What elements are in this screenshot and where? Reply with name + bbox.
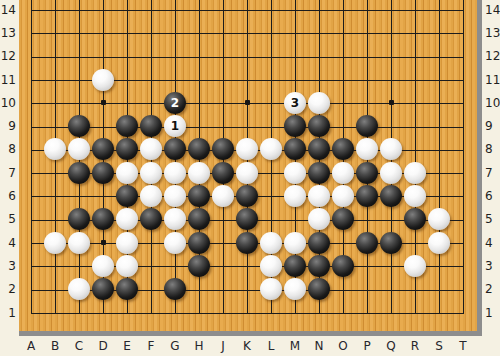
point-T7[interactable] <box>451 161 475 184</box>
white-stone-G9: 1 <box>164 115 186 137</box>
point-F7[interactable] <box>139 161 163 184</box>
point-Q1[interactable] <box>379 301 403 324</box>
point-L3[interactable] <box>259 254 283 277</box>
point-F11[interactable] <box>139 68 163 91</box>
point-D11[interactable] <box>91 68 115 91</box>
point-C5[interactable] <box>67 208 91 231</box>
point-B3[interactable] <box>43 254 67 277</box>
point-O13[interactable] <box>331 21 355 44</box>
point-K2[interactable] <box>235 278 259 301</box>
point-R8[interactable] <box>403 138 427 161</box>
point-C11[interactable] <box>67 68 91 91</box>
point-A6[interactable] <box>19 184 43 207</box>
point-F3[interactable] <box>139 254 163 277</box>
point-L14[interactable] <box>259 0 283 21</box>
column-label-S: S <box>427 337 451 355</box>
point-L6[interactable] <box>259 184 283 207</box>
point-C4[interactable] <box>67 231 91 254</box>
point-Q4[interactable] <box>379 231 403 254</box>
point-K6[interactable] <box>235 184 259 207</box>
point-B6[interactable] <box>43 184 67 207</box>
point-C9[interactable] <box>67 114 91 137</box>
point-A4[interactable] <box>19 231 43 254</box>
point-M1[interactable] <box>283 301 307 324</box>
point-H12[interactable] <box>187 45 211 68</box>
point-C7[interactable] <box>67 161 91 184</box>
point-J4[interactable] <box>211 231 235 254</box>
point-M3[interactable] <box>283 254 307 277</box>
point-N10[interactable] <box>307 91 331 114</box>
row-label-left-6: 6 <box>0 184 17 207</box>
point-O5[interactable] <box>331 208 355 231</box>
point-G14[interactable] <box>163 0 187 21</box>
column-label-D: D <box>91 337 115 355</box>
point-M4[interactable] <box>283 231 307 254</box>
black-stone-K4 <box>236 232 258 254</box>
point-L8[interactable] <box>259 138 283 161</box>
point-B4[interactable] <box>43 231 67 254</box>
point-R3[interactable] <box>403 254 427 277</box>
star-point-D4 <box>101 240 106 245</box>
point-T3[interactable] <box>451 254 475 277</box>
point-C13[interactable] <box>67 21 91 44</box>
point-E9[interactable] <box>115 114 139 137</box>
point-S3[interactable] <box>427 254 451 277</box>
point-K10[interactable] <box>235 91 259 114</box>
point-B5[interactable] <box>43 208 67 231</box>
point-S9[interactable] <box>427 114 451 137</box>
point-E1[interactable] <box>115 301 139 324</box>
point-C3[interactable] <box>67 254 91 277</box>
point-P3[interactable] <box>355 254 379 277</box>
point-P10[interactable] <box>355 91 379 114</box>
point-P1[interactable] <box>355 301 379 324</box>
point-G13[interactable] <box>163 21 187 44</box>
point-J1[interactable] <box>211 301 235 324</box>
point-T14[interactable] <box>451 0 475 21</box>
point-N7[interactable] <box>307 161 331 184</box>
point-A10[interactable] <box>19 91 43 114</box>
point-H10[interactable] <box>187 91 211 114</box>
point-S11[interactable] <box>427 68 451 91</box>
point-P2[interactable] <box>355 278 379 301</box>
point-G9[interactable]: 1 <box>163 114 187 137</box>
black-stone-G2 <box>164 278 186 300</box>
point-K12[interactable] <box>235 45 259 68</box>
point-T10[interactable] <box>451 91 475 114</box>
point-A13[interactable] <box>19 21 43 44</box>
white-stone-E5 <box>116 208 138 230</box>
point-G2[interactable] <box>163 278 187 301</box>
point-G5[interactable] <box>163 208 187 231</box>
point-N9[interactable] <box>307 114 331 137</box>
point-C12[interactable] <box>67 45 91 68</box>
point-F14[interactable] <box>139 0 163 21</box>
column-label-M: M <box>283 337 307 355</box>
point-F6[interactable] <box>139 184 163 207</box>
point-Q7[interactable] <box>379 161 403 184</box>
point-P8[interactable] <box>355 138 379 161</box>
point-E5[interactable] <box>115 208 139 231</box>
point-G3[interactable] <box>163 254 187 277</box>
point-N5[interactable] <box>307 208 331 231</box>
point-G11[interactable] <box>163 68 187 91</box>
point-M8[interactable] <box>283 138 307 161</box>
point-A5[interactable] <box>19 208 43 231</box>
point-R13[interactable] <box>403 21 427 44</box>
point-M5[interactable] <box>283 208 307 231</box>
point-T6[interactable] <box>451 184 475 207</box>
point-D2[interactable] <box>91 278 115 301</box>
move-number-3: 3 <box>291 97 299 109</box>
point-J13[interactable] <box>211 21 235 44</box>
point-P13[interactable] <box>355 21 379 44</box>
point-R2[interactable] <box>403 278 427 301</box>
point-O11[interactable] <box>331 68 355 91</box>
point-C6[interactable] <box>67 184 91 207</box>
black-stone-N7 <box>308 162 330 184</box>
point-B10[interactable] <box>43 91 67 114</box>
point-F9[interactable] <box>139 114 163 137</box>
point-P12[interactable] <box>355 45 379 68</box>
point-K11[interactable] <box>235 68 259 91</box>
point-P9[interactable] <box>355 114 379 137</box>
point-H5[interactable] <box>187 208 211 231</box>
point-D5[interactable] <box>91 208 115 231</box>
white-stone-L8 <box>260 138 282 160</box>
black-stone-D8 <box>92 138 114 160</box>
point-D14[interactable] <box>91 0 115 21</box>
row-label-right-11: 11 <box>485 68 500 91</box>
point-Q6[interactable] <box>379 184 403 207</box>
point-A14[interactable] <box>19 0 43 21</box>
point-E4[interactable] <box>115 231 139 254</box>
point-P14[interactable] <box>355 0 379 21</box>
point-H1[interactable] <box>187 301 211 324</box>
point-Q5[interactable] <box>379 208 403 231</box>
point-A8[interactable] <box>19 138 43 161</box>
point-P6[interactable] <box>355 184 379 207</box>
point-R11[interactable] <box>403 68 427 91</box>
point-P5[interactable] <box>355 208 379 231</box>
point-R5[interactable] <box>403 208 427 231</box>
point-L12[interactable] <box>259 45 283 68</box>
black-stone-C7 <box>68 162 90 184</box>
point-S13[interactable] <box>427 21 451 44</box>
point-E11[interactable] <box>115 68 139 91</box>
point-L5[interactable] <box>259 208 283 231</box>
point-O1[interactable] <box>331 301 355 324</box>
point-F13[interactable] <box>139 21 163 44</box>
point-R10[interactable] <box>403 91 427 114</box>
point-J8[interactable] <box>211 138 235 161</box>
point-B9[interactable] <box>43 114 67 137</box>
point-K4[interactable] <box>235 231 259 254</box>
point-C10[interactable] <box>67 91 91 114</box>
point-G6[interactable] <box>163 184 187 207</box>
point-N6[interactable] <box>307 184 331 207</box>
point-J10[interactable] <box>211 91 235 114</box>
point-K7[interactable] <box>235 161 259 184</box>
point-H9[interactable] <box>187 114 211 137</box>
point-H4[interactable] <box>187 231 211 254</box>
point-K8[interactable] <box>235 138 259 161</box>
point-K14[interactable] <box>235 0 259 21</box>
point-M2[interactable] <box>283 278 307 301</box>
point-T13[interactable] <box>451 21 475 44</box>
point-D13[interactable] <box>91 21 115 44</box>
point-O3[interactable] <box>331 254 355 277</box>
point-F4[interactable] <box>139 231 163 254</box>
point-E14[interactable] <box>115 0 139 21</box>
point-T2[interactable] <box>451 278 475 301</box>
point-N2[interactable] <box>307 278 331 301</box>
white-stone-R6 <box>404 185 426 207</box>
point-B7[interactable] <box>43 161 67 184</box>
point-A1[interactable] <box>19 301 43 324</box>
point-A2[interactable] <box>19 278 43 301</box>
point-E2[interactable] <box>115 278 139 301</box>
black-stone-Q6 <box>380 185 402 207</box>
point-J6[interactable] <box>211 184 235 207</box>
black-stone-P4 <box>356 232 378 254</box>
point-D3[interactable] <box>91 254 115 277</box>
point-A3[interactable] <box>19 254 43 277</box>
point-D8[interactable] <box>91 138 115 161</box>
point-D4[interactable] <box>91 231 115 254</box>
point-F12[interactable] <box>139 45 163 68</box>
point-L9[interactable] <box>259 114 283 137</box>
point-R7[interactable] <box>403 161 427 184</box>
point-J11[interactable] <box>211 68 235 91</box>
point-N1[interactable] <box>307 301 331 324</box>
point-H7[interactable] <box>187 161 211 184</box>
point-L1[interactable] <box>259 301 283 324</box>
point-T4[interactable] <box>451 231 475 254</box>
white-stone-F7 <box>140 162 162 184</box>
point-O12[interactable] <box>331 45 355 68</box>
point-S7[interactable] <box>427 161 451 184</box>
point-B1[interactable] <box>43 301 67 324</box>
point-S4[interactable] <box>427 231 451 254</box>
point-H3[interactable] <box>187 254 211 277</box>
point-R12[interactable] <box>403 45 427 68</box>
point-Q12[interactable] <box>379 45 403 68</box>
point-N13[interactable] <box>307 21 331 44</box>
point-J2[interactable] <box>211 278 235 301</box>
point-G4[interactable] <box>163 231 187 254</box>
point-H13[interactable] <box>187 21 211 44</box>
point-Q3[interactable] <box>379 254 403 277</box>
black-stone-Q4 <box>380 232 402 254</box>
point-S12[interactable] <box>427 45 451 68</box>
point-M11[interactable] <box>283 68 307 91</box>
black-stone-P9 <box>356 115 378 137</box>
column-label-H: H <box>187 337 211 355</box>
point-G1[interactable] <box>163 301 187 324</box>
black-stone-N9 <box>308 115 330 137</box>
point-P11[interactable] <box>355 68 379 91</box>
point-H14[interactable] <box>187 0 211 21</box>
point-D6[interactable] <box>91 184 115 207</box>
point-B8[interactable] <box>43 138 67 161</box>
point-S2[interactable] <box>427 278 451 301</box>
point-O9[interactable] <box>331 114 355 137</box>
black-stone-G8 <box>164 138 186 160</box>
point-B2[interactable] <box>43 278 67 301</box>
point-T9[interactable] <box>451 114 475 137</box>
point-D1[interactable] <box>91 301 115 324</box>
point-M9[interactable] <box>283 114 307 137</box>
point-S6[interactable] <box>427 184 451 207</box>
point-L13[interactable] <box>259 21 283 44</box>
point-O10[interactable] <box>331 91 355 114</box>
point-N8[interactable] <box>307 138 331 161</box>
point-S8[interactable] <box>427 138 451 161</box>
point-S14[interactable] <box>427 0 451 21</box>
point-O6[interactable] <box>331 184 355 207</box>
point-J12[interactable] <box>211 45 235 68</box>
point-F5[interactable] <box>139 208 163 231</box>
white-stone-B8 <box>44 138 66 160</box>
black-stone-O5 <box>332 208 354 230</box>
point-A11[interactable] <box>19 68 43 91</box>
point-Q10[interactable] <box>379 91 403 114</box>
point-R1[interactable] <box>403 301 427 324</box>
point-D10[interactable] <box>91 91 115 114</box>
point-T1[interactable] <box>451 301 475 324</box>
point-A9[interactable] <box>19 114 43 137</box>
point-D12[interactable] <box>91 45 115 68</box>
point-N4[interactable] <box>307 231 331 254</box>
point-Q13[interactable] <box>379 21 403 44</box>
point-H6[interactable] <box>187 184 211 207</box>
point-P4[interactable] <box>355 231 379 254</box>
point-G10[interactable]: 2 <box>163 91 187 114</box>
point-F2[interactable] <box>139 278 163 301</box>
point-Q2[interactable] <box>379 278 403 301</box>
point-J7[interactable] <box>211 161 235 184</box>
point-L11[interactable] <box>259 68 283 91</box>
point-A7[interactable] <box>19 161 43 184</box>
point-N3[interactable] <box>307 254 331 277</box>
point-C1[interactable] <box>67 301 91 324</box>
point-T5[interactable] <box>451 208 475 231</box>
point-S5[interactable] <box>427 208 451 231</box>
point-K9[interactable] <box>235 114 259 137</box>
point-L7[interactable] <box>259 161 283 184</box>
point-J9[interactable] <box>211 114 235 137</box>
point-M14[interactable] <box>283 0 307 21</box>
white-stone-J6 <box>212 185 234 207</box>
point-M6[interactable] <box>283 184 307 207</box>
point-O2[interactable] <box>331 278 355 301</box>
point-Q9[interactable] <box>379 114 403 137</box>
point-E6[interactable] <box>115 184 139 207</box>
point-H11[interactable] <box>187 68 211 91</box>
point-N12[interactable] <box>307 45 331 68</box>
point-R6[interactable] <box>403 184 427 207</box>
point-H2[interactable] <box>187 278 211 301</box>
point-Q8[interactable] <box>379 138 403 161</box>
point-J3[interactable] <box>211 254 235 277</box>
point-F1[interactable] <box>139 301 163 324</box>
point-E13[interactable] <box>115 21 139 44</box>
point-G8[interactable] <box>163 138 187 161</box>
point-N11[interactable] <box>307 68 331 91</box>
point-R9[interactable] <box>403 114 427 137</box>
white-stone-K7 <box>236 162 258 184</box>
point-T11[interactable] <box>451 68 475 91</box>
point-N14[interactable] <box>307 0 331 21</box>
point-F10[interactable] <box>139 91 163 114</box>
black-stone-D2 <box>92 278 114 300</box>
point-C14[interactable] <box>67 0 91 21</box>
point-M13[interactable] <box>283 21 307 44</box>
point-L10[interactable] <box>259 91 283 114</box>
point-C8[interactable] <box>67 138 91 161</box>
point-E7[interactable] <box>115 161 139 184</box>
point-G12[interactable] <box>163 45 187 68</box>
point-R14[interactable] <box>403 0 427 21</box>
point-K5[interactable] <box>235 208 259 231</box>
point-J5[interactable] <box>211 208 235 231</box>
point-D7[interactable] <box>91 161 115 184</box>
point-O8[interactable] <box>331 138 355 161</box>
point-O7[interactable] <box>331 161 355 184</box>
point-Q11[interactable] <box>379 68 403 91</box>
point-J14[interactable] <box>211 0 235 21</box>
point-M7[interactable] <box>283 161 307 184</box>
point-G7[interactable] <box>163 161 187 184</box>
point-S1[interactable] <box>427 301 451 324</box>
point-B12[interactable] <box>43 45 67 68</box>
point-E12[interactable] <box>115 45 139 68</box>
point-E8[interactable] <box>115 138 139 161</box>
point-P7[interactable] <box>355 161 379 184</box>
point-D9[interactable] <box>91 114 115 137</box>
point-T8[interactable] <box>451 138 475 161</box>
point-K1[interactable] <box>235 301 259 324</box>
point-E10[interactable] <box>115 91 139 114</box>
point-K13[interactable] <box>235 21 259 44</box>
white-stone-N10 <box>308 92 330 114</box>
point-A12[interactable] <box>19 45 43 68</box>
point-T12[interactable] <box>451 45 475 68</box>
row-label-left-8: 8 <box>0 138 17 161</box>
point-B13[interactable] <box>43 21 67 44</box>
point-H8[interactable] <box>187 138 211 161</box>
white-stone-F6 <box>140 185 162 207</box>
point-B14[interactable] <box>43 0 67 21</box>
point-E3[interactable] <box>115 254 139 277</box>
point-B11[interactable] <box>43 68 67 91</box>
point-L4[interactable] <box>259 231 283 254</box>
white-stone-M6 <box>284 185 306 207</box>
point-O14[interactable] <box>331 0 355 21</box>
point-M12[interactable] <box>283 45 307 68</box>
point-L2[interactable] <box>259 278 283 301</box>
point-C2[interactable] <box>67 278 91 301</box>
star-point-Q10 <box>389 100 394 105</box>
point-S10[interactable] <box>427 91 451 114</box>
point-Q14[interactable] <box>379 0 403 21</box>
point-F8[interactable] <box>139 138 163 161</box>
point-R4[interactable] <box>403 231 427 254</box>
point-K3[interactable] <box>235 254 259 277</box>
point-O4[interactable] <box>331 231 355 254</box>
point-M10[interactable]: 3 <box>283 91 307 114</box>
